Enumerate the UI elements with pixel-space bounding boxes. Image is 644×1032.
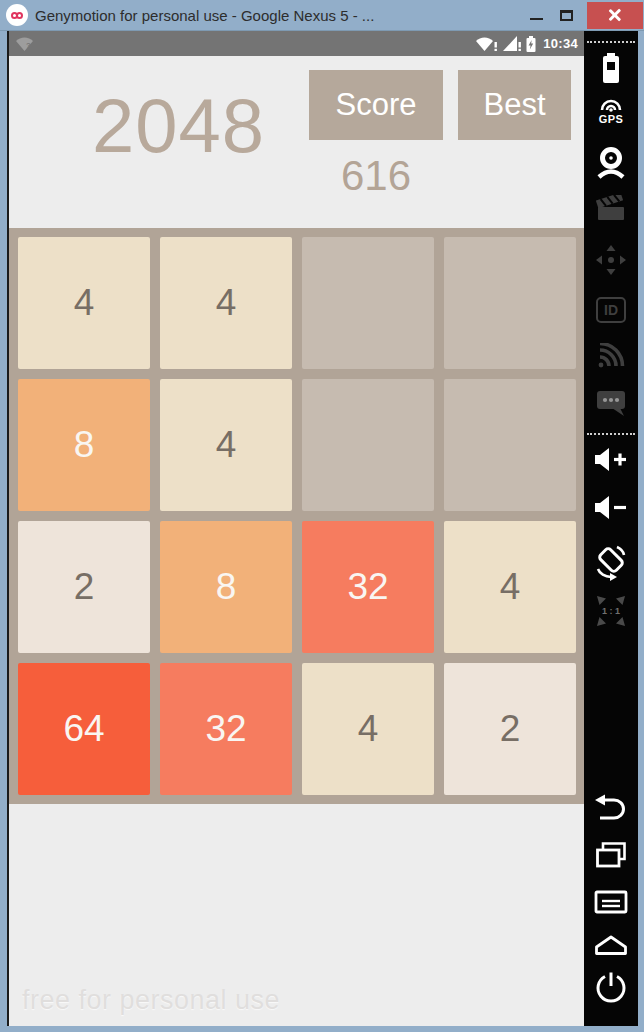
window-titlebar[interactable]: Genymotion for personal use - Google Nex…	[0, 0, 644, 31]
battery-charging-icon	[526, 36, 536, 52]
wifi-alert-icon	[476, 36, 498, 51]
genymotion-window: Genymotion for personal use - Google Nex…	[0, 0, 644, 1032]
window-title: Genymotion for personal use - Google Nex…	[35, 7, 521, 24]
gps-label: GPS	[599, 113, 624, 125]
volume-up-icon[interactable]	[593, 447, 629, 472]
score-button[interactable]: Score	[309, 70, 443, 140]
battery-tool-icon[interactable]	[601, 53, 621, 84]
tile-4-r1c1: 4	[18, 237, 150, 369]
close-button[interactable]	[587, 2, 643, 29]
identifiers-tool-icon[interactable]: ID	[596, 297, 626, 323]
game-2048: 2048 Score Best 616 448428324643242 free…	[9, 56, 584, 1026]
tile-32-r3c3: 32	[302, 521, 434, 653]
tile-4-r2c2: 4	[160, 379, 292, 511]
score-value: 616	[309, 152, 443, 200]
wifi-question-icon: ?	[15, 36, 34, 51]
tile-2-r3c1: 2	[18, 521, 150, 653]
back-nav-icon[interactable]	[593, 793, 629, 821]
tile-8-r2c1: 8	[18, 379, 150, 511]
maximize-button[interactable]	[551, 2, 581, 28]
minimize-button[interactable]	[521, 2, 551, 28]
tile-64-r4c1: 64	[18, 663, 150, 795]
tile-4-r1c2: 4	[160, 237, 292, 369]
empty-cell-r1c3	[302, 237, 434, 369]
recent-apps-icon[interactable]	[595, 841, 627, 869]
android-screen: ? 10:34 2048 Score Best	[7, 31, 584, 1026]
android-status-bar[interactable]: ? 10:34	[9, 31, 584, 56]
id-label: ID	[596, 297, 626, 323]
rotate-screen-icon[interactable]	[592, 543, 630, 581]
tile-32-r4c2: 32	[160, 663, 292, 795]
sms-chat-tool-icon[interactable]	[596, 389, 626, 417]
genymotion-toolbar: GPS ID	[584, 31, 638, 1026]
power-icon[interactable]	[594, 972, 628, 1006]
camera-tool-icon[interactable]	[596, 147, 626, 179]
baseband-tool-icon[interactable]	[596, 343, 626, 369]
genymotion-logo-icon	[6, 4, 28, 26]
menu-nav-icon[interactable]	[594, 890, 628, 915]
clock-text: 10:34	[543, 36, 578, 51]
home-nav-icon[interactable]	[594, 933, 628, 956]
tile-2-r4c4: 2	[444, 663, 576, 795]
game-title: 2048	[92, 82, 265, 169]
tile-4-r4c3: 4	[302, 663, 434, 795]
empty-cell-r1c4	[444, 237, 576, 369]
best-button[interactable]: Best	[458, 70, 571, 140]
pixel-perfect-icon[interactable]: 1 : 1	[595, 594, 627, 628]
board-grid[interactable]: 448428324643242	[9, 228, 585, 804]
free-watermark: free for personal use	[22, 985, 280, 1016]
volume-down-icon[interactable]	[593, 495, 629, 520]
dotted-separator-mid	[587, 433, 635, 435]
tile-4-r3c4: 4	[444, 521, 576, 653]
tile-8-r3c2: 8	[160, 521, 292, 653]
svg-text:?: ?	[26, 41, 31, 50]
gps-tool-icon[interactable]: GPS	[598, 97, 624, 125]
screencast-tool-icon[interactable]	[596, 195, 626, 222]
empty-cell-r2c3	[302, 379, 434, 511]
empty-cell-r2c4	[444, 379, 576, 511]
game-header: 2048 Score Best 616	[9, 56, 584, 228]
pan-tool-icon[interactable]	[595, 244, 627, 276]
dotted-separator-top	[587, 41, 635, 43]
cell-signal-alert-icon	[502, 36, 522, 51]
